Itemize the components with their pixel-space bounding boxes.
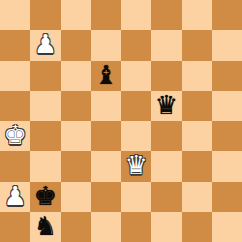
square-c5[interactable] <box>61 91 91 121</box>
square-h4[interactable] <box>212 121 242 151</box>
black-bishop-d6[interactable]: ♝ <box>94 60 117 90</box>
white-pawn-b7[interactable]: ♟ <box>34 29 57 59</box>
square-e2[interactable] <box>121 182 151 212</box>
square-f7[interactable] <box>151 30 181 60</box>
square-d3[interactable] <box>91 151 121 181</box>
square-g6[interactable] <box>182 61 212 91</box>
square-h7[interactable] <box>212 30 242 60</box>
square-g7[interactable] <box>182 30 212 60</box>
square-g3[interactable] <box>182 151 212 181</box>
square-e1[interactable] <box>121 212 151 242</box>
square-b6[interactable] <box>30 61 60 91</box>
square-g5[interactable] <box>182 91 212 121</box>
square-f2[interactable] <box>151 182 181 212</box>
square-d7[interactable] <box>91 30 121 60</box>
square-f3[interactable] <box>151 151 181 181</box>
square-g2[interactable] <box>182 182 212 212</box>
square-b8[interactable] <box>30 0 60 30</box>
white-queen-e3[interactable]: ♛ <box>124 150 147 180</box>
square-b4[interactable] <box>30 121 60 151</box>
square-d4[interactable] <box>91 121 121 151</box>
square-h8[interactable] <box>212 0 242 30</box>
square-c6[interactable] <box>61 61 91 91</box>
square-a7[interactable] <box>0 30 30 60</box>
square-h6[interactable] <box>212 61 242 91</box>
square-h2[interactable] <box>212 182 242 212</box>
square-d1[interactable] <box>91 212 121 242</box>
square-e8[interactable] <box>121 0 151 30</box>
square-f1[interactable] <box>151 212 181 242</box>
square-g8[interactable] <box>182 0 212 30</box>
square-f5[interactable]: ♛ <box>151 91 181 121</box>
white-king-a4[interactable]: ♚ <box>3 120 26 150</box>
square-b1[interactable]: ♞ <box>30 212 60 242</box>
square-d5[interactable] <box>91 91 121 121</box>
square-e6[interactable] <box>121 61 151 91</box>
square-d2[interactable] <box>91 182 121 212</box>
square-f4[interactable] <box>151 121 181 151</box>
square-e4[interactable] <box>121 121 151 151</box>
square-g1[interactable] <box>182 212 212 242</box>
square-e5[interactable] <box>121 91 151 121</box>
square-a8[interactable] <box>0 0 30 30</box>
square-a2[interactable]: ♟ <box>0 182 30 212</box>
square-b3[interactable] <box>30 151 60 181</box>
square-h3[interactable] <box>212 151 242 181</box>
white-pawn-a2[interactable]: ♟ <box>3 181 26 211</box>
square-b2[interactable]: ♚ <box>30 182 60 212</box>
square-c1[interactable] <box>61 212 91 242</box>
square-a6[interactable] <box>0 61 30 91</box>
square-e3[interactable]: ♛ <box>121 151 151 181</box>
chess-board: ♟♝♛♚♛♟♚♞ <box>0 0 242 242</box>
square-e7[interactable] <box>121 30 151 60</box>
square-a5[interactable] <box>0 91 30 121</box>
square-f8[interactable] <box>151 0 181 30</box>
square-h5[interactable] <box>212 91 242 121</box>
square-c2[interactable] <box>61 182 91 212</box>
square-a3[interactable] <box>0 151 30 181</box>
square-a4[interactable]: ♚ <box>0 121 30 151</box>
square-b5[interactable] <box>30 91 60 121</box>
square-c3[interactable] <box>61 151 91 181</box>
square-d6[interactable]: ♝ <box>91 61 121 91</box>
square-h1[interactable] <box>212 212 242 242</box>
square-c4[interactable] <box>61 121 91 151</box>
square-c8[interactable] <box>61 0 91 30</box>
black-king-b2[interactable]: ♚ <box>34 181 57 211</box>
square-b7[interactable]: ♟ <box>30 30 60 60</box>
square-g4[interactable] <box>182 121 212 151</box>
square-a1[interactable] <box>0 212 30 242</box>
black-knight-b1[interactable]: ♞ <box>34 211 57 241</box>
square-f6[interactable] <box>151 61 181 91</box>
square-d8[interactable] <box>91 0 121 30</box>
square-c7[interactable] <box>61 30 91 60</box>
black-queen-f5[interactable]: ♛ <box>155 90 178 120</box>
